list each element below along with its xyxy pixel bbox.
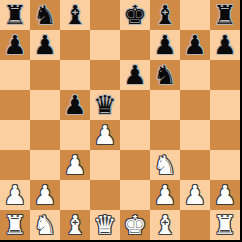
square-f6[interactable]: ♞ <box>150 60 180 90</box>
square-d1[interactable]: ♛ <box>90 210 120 240</box>
square-f8[interactable]: ♝ <box>150 0 180 30</box>
white-pawn-piece[interactable]: ♟ <box>180 180 210 210</box>
black-rook-piece[interactable]: ♜ <box>210 0 240 30</box>
black-pawn-piece[interactable]: ♟ <box>210 30 240 60</box>
square-c4[interactable] <box>60 120 90 150</box>
square-b7[interactable]: ♟ <box>30 30 60 60</box>
black-pawn-piece[interactable]: ♟ <box>30 30 60 60</box>
black-pawn-piece[interactable]: ♟ <box>60 90 90 120</box>
chess-board-container: ♜♞♝♚♝♜♟♟♟♟♟♟♞♟♛♟♟♞♟♟♟♟♟♜♞♝♛♚♝♜ <box>0 0 242 242</box>
square-f5[interactable] <box>150 90 180 120</box>
square-e1[interactable]: ♚ <box>120 210 150 240</box>
square-c8[interactable]: ♝ <box>60 0 90 30</box>
square-b5[interactable] <box>30 90 60 120</box>
black-bishop-piece[interactable]: ♝ <box>60 0 90 30</box>
square-h6[interactable] <box>210 60 240 90</box>
square-a3[interactable] <box>0 150 30 180</box>
square-f7[interactable]: ♟ <box>150 30 180 60</box>
square-a5[interactable] <box>0 90 30 120</box>
square-a2[interactable]: ♟ <box>0 180 30 210</box>
square-d3[interactable] <box>90 150 120 180</box>
black-pawn-piece[interactable]: ♟ <box>120 60 150 90</box>
square-g2[interactable]: ♟ <box>180 180 210 210</box>
square-c2[interactable] <box>60 180 90 210</box>
white-pawn-piece[interactable]: ♟ <box>60 150 90 180</box>
square-g3[interactable] <box>180 150 210 180</box>
square-a6[interactable] <box>0 60 30 90</box>
square-f3[interactable]: ♞ <box>150 150 180 180</box>
white-rook-piece[interactable]: ♜ <box>210 210 240 240</box>
square-e5[interactable] <box>120 90 150 120</box>
white-rook-piece[interactable]: ♜ <box>0 210 30 240</box>
square-e4[interactable] <box>120 120 150 150</box>
square-a1[interactable]: ♜ <box>0 210 30 240</box>
square-a8[interactable]: ♜ <box>0 0 30 30</box>
black-queen-piece[interactable]: ♛ <box>90 90 120 120</box>
square-b6[interactable] <box>30 60 60 90</box>
square-c5[interactable]: ♟ <box>60 90 90 120</box>
square-h4[interactable] <box>210 120 240 150</box>
square-g1[interactable] <box>180 210 210 240</box>
white-king-piece[interactable]: ♚ <box>120 210 150 240</box>
white-pawn-piece[interactable]: ♟ <box>150 180 180 210</box>
square-g6[interactable] <box>180 60 210 90</box>
square-d7[interactable] <box>90 30 120 60</box>
white-knight-piece[interactable]: ♞ <box>30 210 60 240</box>
white-pawn-piece[interactable]: ♟ <box>30 180 60 210</box>
square-h5[interactable] <box>210 90 240 120</box>
square-d2[interactable] <box>90 180 120 210</box>
black-bishop-piece[interactable]: ♝ <box>150 0 180 30</box>
square-b8[interactable]: ♞ <box>30 0 60 30</box>
square-e6[interactable]: ♟ <box>120 60 150 90</box>
square-f2[interactable]: ♟ <box>150 180 180 210</box>
black-king-piece[interactable]: ♚ <box>120 0 150 30</box>
square-e8[interactable]: ♚ <box>120 0 150 30</box>
square-h8[interactable]: ♜ <box>210 0 240 30</box>
square-f1[interactable]: ♝ <box>150 210 180 240</box>
square-b1[interactable]: ♞ <box>30 210 60 240</box>
square-c3[interactable]: ♟ <box>60 150 90 180</box>
square-g5[interactable] <box>180 90 210 120</box>
black-knight-piece[interactable]: ♞ <box>30 0 60 30</box>
black-knight-piece[interactable]: ♞ <box>150 60 180 90</box>
black-pawn-piece[interactable]: ♟ <box>0 30 30 60</box>
square-h3[interactable] <box>210 150 240 180</box>
square-h2[interactable]: ♟ <box>210 180 240 210</box>
black-pawn-piece[interactable]: ♟ <box>150 30 180 60</box>
chess-board: ♜♞♝♚♝♜♟♟♟♟♟♟♞♟♛♟♟♞♟♟♟♟♟♜♞♝♛♚♝♜ <box>0 0 240 240</box>
black-rook-piece[interactable]: ♜ <box>0 0 30 30</box>
square-d8[interactable] <box>90 0 120 30</box>
square-g8[interactable] <box>180 0 210 30</box>
white-pawn-piece[interactable]: ♟ <box>210 180 240 210</box>
white-pawn-piece[interactable]: ♟ <box>0 180 30 210</box>
square-a7[interactable]: ♟ <box>0 30 30 60</box>
white-bishop-piece[interactable]: ♝ <box>150 210 180 240</box>
square-b4[interactable] <box>30 120 60 150</box>
square-b3[interactable] <box>30 150 60 180</box>
square-d4[interactable]: ♟ <box>90 120 120 150</box>
square-d5[interactable]: ♛ <box>90 90 120 120</box>
square-a4[interactable] <box>0 120 30 150</box>
square-f4[interactable] <box>150 120 180 150</box>
square-d6[interactable] <box>90 60 120 90</box>
black-pawn-piece[interactable]: ♟ <box>180 30 210 60</box>
square-e7[interactable] <box>120 30 150 60</box>
square-g4[interactable] <box>180 120 210 150</box>
square-b2[interactable]: ♟ <box>30 180 60 210</box>
square-h1[interactable]: ♜ <box>210 210 240 240</box>
square-h7[interactable]: ♟ <box>210 30 240 60</box>
square-e2[interactable] <box>120 180 150 210</box>
square-c7[interactable] <box>60 30 90 60</box>
square-g7[interactable]: ♟ <box>180 30 210 60</box>
white-bishop-piece[interactable]: ♝ <box>60 210 90 240</box>
square-e3[interactable] <box>120 150 150 180</box>
white-queen-piece[interactable]: ♛ <box>90 210 120 240</box>
square-c6[interactable] <box>60 60 90 90</box>
white-knight-piece[interactable]: ♞ <box>150 150 180 180</box>
square-c1[interactable]: ♝ <box>60 210 90 240</box>
white-pawn-piece[interactable]: ♟ <box>90 120 120 150</box>
